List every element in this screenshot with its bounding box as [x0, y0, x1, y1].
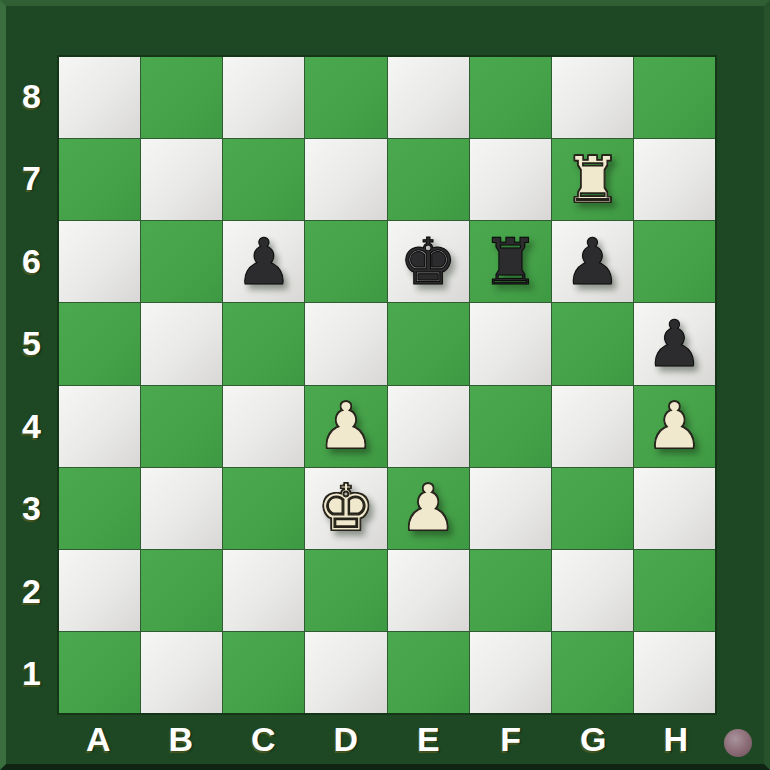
square-c1[interactable]: [223, 632, 304, 713]
rank-label-8: 8: [6, 55, 57, 138]
square-d1[interactable]: [305, 632, 386, 713]
square-b6[interactable]: [141, 221, 222, 302]
square-h4[interactable]: ♟: [634, 386, 715, 467]
rank-label-2: 2: [6, 550, 57, 633]
square-g6[interactable]: ♟: [552, 221, 633, 302]
file-label-h: H: [635, 715, 718, 764]
square-a1[interactable]: [59, 632, 140, 713]
file-label-f: F: [470, 715, 553, 764]
square-g5[interactable]: [552, 303, 633, 384]
rank-label-4: 4: [6, 385, 57, 468]
square-f5[interactable]: [470, 303, 551, 384]
file-label-d: D: [305, 715, 388, 764]
square-b1[interactable]: [141, 632, 222, 713]
square-f4[interactable]: [470, 386, 551, 467]
square-g2[interactable]: [552, 550, 633, 631]
rank-label-1: 1: [6, 633, 57, 716]
square-e4[interactable]: [388, 386, 469, 467]
square-g3[interactable]: [552, 468, 633, 549]
square-e5[interactable]: [388, 303, 469, 384]
file-labels: ABCDEFGH: [57, 715, 717, 764]
piece-white-pawn-e3[interactable]: ♟: [399, 476, 456, 540]
square-g4[interactable]: [552, 386, 633, 467]
square-d7[interactable]: [305, 139, 386, 220]
square-f7[interactable]: [470, 139, 551, 220]
square-e2[interactable]: [388, 550, 469, 631]
square-a6[interactable]: [59, 221, 140, 302]
rank-label-6: 6: [6, 220, 57, 303]
square-h8[interactable]: [634, 57, 715, 138]
square-h6[interactable]: [634, 221, 715, 302]
square-h1[interactable]: [634, 632, 715, 713]
square-c6[interactable]: ♟: [223, 221, 304, 302]
file-label-g: G: [552, 715, 635, 764]
square-f6[interactable]: ♜: [470, 221, 551, 302]
square-b3[interactable]: [141, 468, 222, 549]
square-d2[interactable]: [305, 550, 386, 631]
rank-label-3: 3: [6, 468, 57, 551]
rank-label-5: 5: [6, 303, 57, 386]
square-e8[interactable]: [388, 57, 469, 138]
square-e7[interactable]: [388, 139, 469, 220]
rank-labels: 87654321: [6, 55, 57, 715]
square-h5[interactable]: ♟: [634, 303, 715, 384]
square-f8[interactable]: [470, 57, 551, 138]
square-g8[interactable]: [552, 57, 633, 138]
file-label-e: E: [387, 715, 470, 764]
square-d6[interactable]: [305, 221, 386, 302]
piece-black-pawn-g6[interactable]: ♟: [564, 230, 621, 294]
square-a5[interactable]: [59, 303, 140, 384]
square-c3[interactable]: [223, 468, 304, 549]
square-e1[interactable]: [388, 632, 469, 713]
piece-white-pawn-h4[interactable]: ♟: [646, 394, 703, 458]
file-label-b: B: [140, 715, 223, 764]
square-c5[interactable]: [223, 303, 304, 384]
square-e6[interactable]: ♚: [388, 221, 469, 302]
square-c7[interactable]: [223, 139, 304, 220]
square-e3[interactable]: ♟: [388, 468, 469, 549]
square-a3[interactable]: [59, 468, 140, 549]
file-label-c: C: [222, 715, 305, 764]
square-c8[interactable]: [223, 57, 304, 138]
piece-white-king-d3[interactable]: ♚: [317, 476, 374, 540]
chess-board-window: 87654321 ABCDEFGH ♜♟♚♜♟♟♟♟♚♟: [0, 0, 770, 770]
file-label-a: A: [57, 715, 140, 764]
square-f3[interactable]: [470, 468, 551, 549]
square-g7[interactable]: ♜: [552, 139, 633, 220]
square-d4[interactable]: ♟: [305, 386, 386, 467]
piece-black-king-e6[interactable]: ♚: [399, 230, 456, 294]
square-a8[interactable]: [59, 57, 140, 138]
square-d5[interactable]: [305, 303, 386, 384]
piece-black-pawn-h5[interactable]: ♟: [646, 312, 703, 376]
piece-white-pawn-d4[interactable]: ♟: [317, 394, 374, 458]
square-b7[interactable]: [141, 139, 222, 220]
square-c2[interactable]: [223, 550, 304, 631]
square-a7[interactable]: [59, 139, 140, 220]
square-h3[interactable]: [634, 468, 715, 549]
square-b4[interactable]: [141, 386, 222, 467]
piece-white-rook-g7[interactable]: ♜: [564, 148, 621, 212]
square-f2[interactable]: [470, 550, 551, 631]
board: ♜♟♚♜♟♟♟♟♚♟: [57, 55, 717, 715]
square-d3[interactable]: ♚: [305, 468, 386, 549]
square-b8[interactable]: [141, 57, 222, 138]
piece-black-pawn-c6[interactable]: ♟: [235, 230, 292, 294]
square-d8[interactable]: [305, 57, 386, 138]
corner-marker-dot: [724, 729, 752, 757]
square-h2[interactable]: [634, 550, 715, 631]
square-f1[interactable]: [470, 632, 551, 713]
square-b5[interactable]: [141, 303, 222, 384]
square-a2[interactable]: [59, 550, 140, 631]
square-h7[interactable]: [634, 139, 715, 220]
rank-label-7: 7: [6, 138, 57, 221]
square-c4[interactable]: [223, 386, 304, 467]
square-a4[interactable]: [59, 386, 140, 467]
square-b2[interactable]: [141, 550, 222, 631]
piece-black-rook-f6[interactable]: ♜: [482, 230, 539, 294]
square-g1[interactable]: [552, 632, 633, 713]
